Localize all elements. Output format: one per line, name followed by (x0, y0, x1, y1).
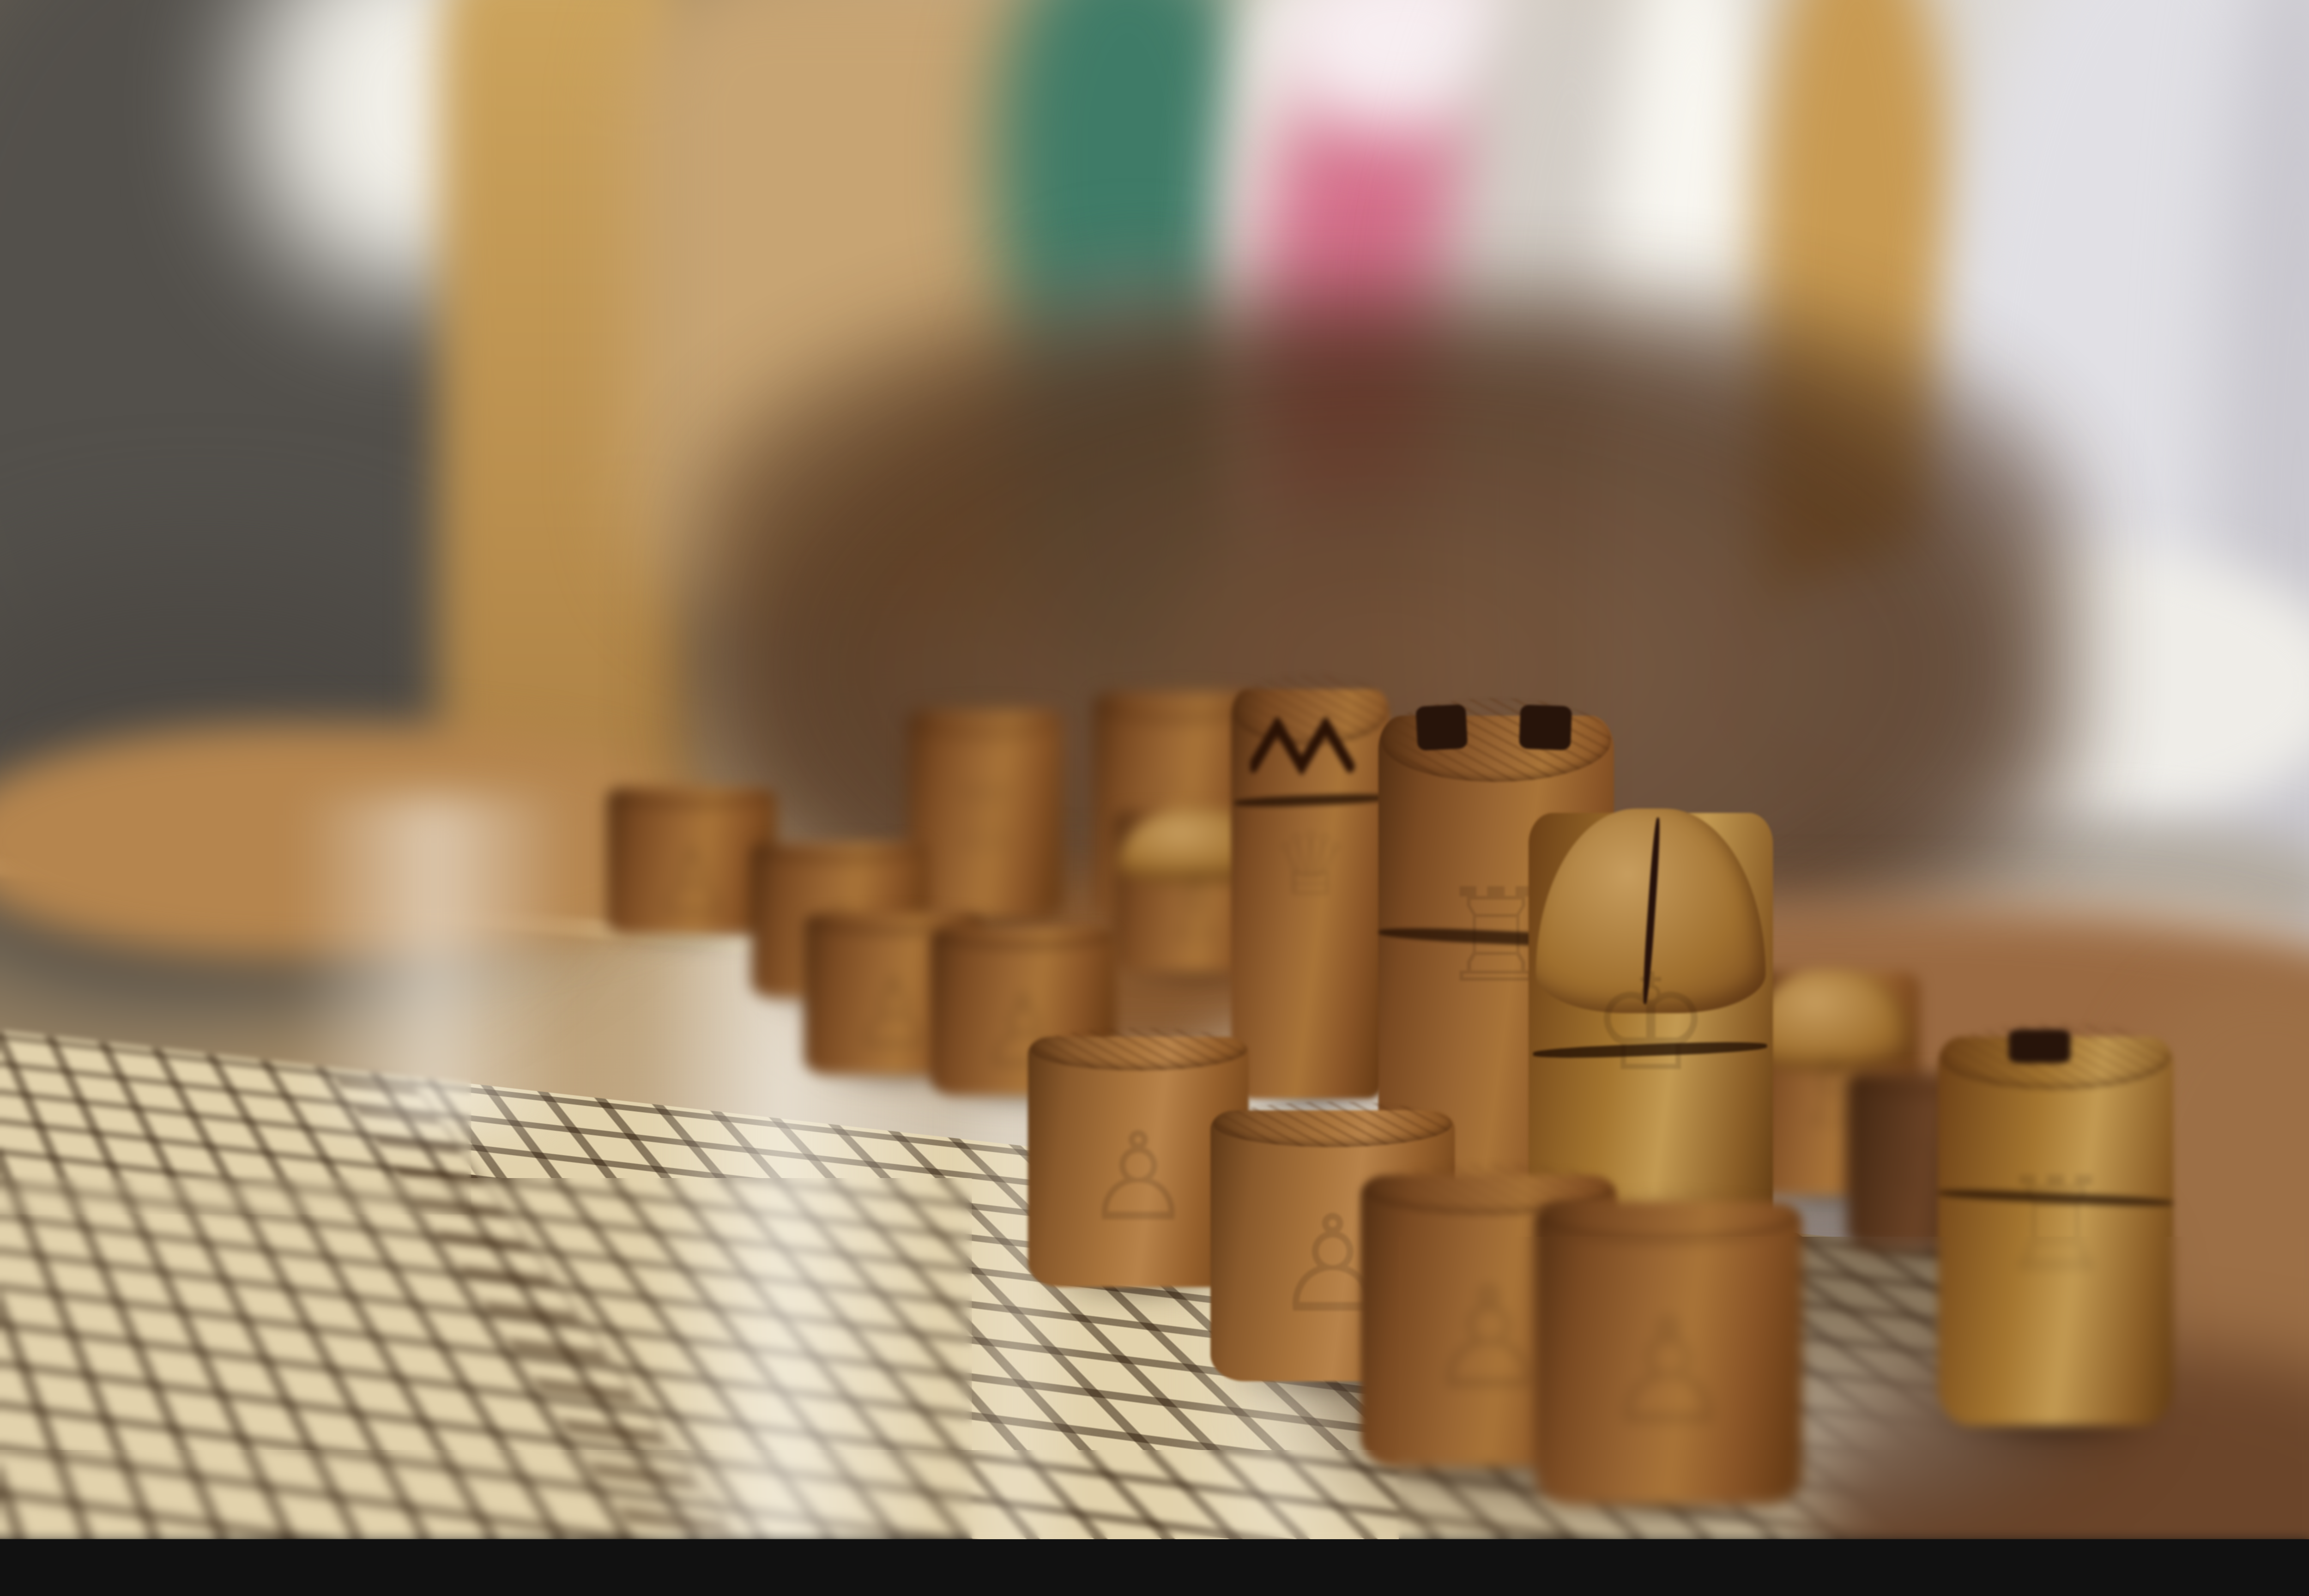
pawn-5-cap (1030, 1028, 1247, 1070)
pawn-8-glyph: ♙ (1535, 1299, 1802, 1446)
chess-piece-queen-zigzag: ♕ (1231, 689, 1390, 1098)
rook-crenellated-cap (1381, 699, 1612, 782)
chess-piece-rook-notched-near: ♖ (1938, 1037, 2173, 1426)
king-dome-slit-glyph: ♔ (1529, 955, 1773, 1089)
queen-zigzag-zigzag-svg (1250, 718, 1371, 775)
pawn-4-cap (932, 922, 1114, 950)
chess-piece-pawn-8: ♙ (1535, 1202, 1802, 1505)
rook-crenellated-notch (1415, 705, 1467, 751)
photo-stage: ♙♙♙♙♙♙♙♙♖♘♗♕♖♔♗♘♖ (0, 0, 2309, 1539)
pawn-6-cap (1213, 1101, 1452, 1147)
rook-notched-near-notch (2008, 1029, 2070, 1064)
back-cyl-1-glyph: ♖ (907, 777, 1063, 862)
back-cyl-1-cap (909, 702, 1062, 738)
pawn-2-cap (753, 837, 926, 863)
queen-zigzag-ring (1234, 793, 1387, 809)
pawn-8-cap (1537, 1191, 1800, 1243)
rook-notched-near-glyph: ♖ (1938, 1161, 2173, 1291)
queen-zigzag-glyph: ♕ (1231, 820, 1390, 907)
rook-crenellated-notch (1519, 705, 1572, 751)
chess-piece-back-cyl-1: ♖ (907, 710, 1063, 919)
